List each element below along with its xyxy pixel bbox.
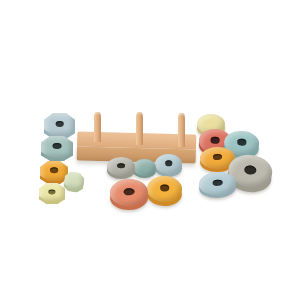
ring-pale-blue-middle-hole bbox=[165, 161, 173, 167]
ring-orange-large-middle-hole bbox=[160, 185, 170, 193]
ring-orange-large-middle bbox=[146, 175, 182, 206]
product-photo bbox=[0, 0, 300, 300]
ring-orange-left-hole bbox=[50, 168, 58, 174]
octagon-pale-green bbox=[63, 171, 86, 194]
ring-pale-yellow-left bbox=[39, 183, 65, 204]
peg-left bbox=[94, 112, 101, 142]
ring-teal-left bbox=[41, 136, 73, 161]
peg-right bbox=[178, 113, 185, 147]
ring-pale-blue-bottom-right bbox=[198, 171, 237, 200]
ring-gray-middle bbox=[107, 157, 135, 179]
ring-teal-blue-right-hole bbox=[237, 139, 247, 146]
ring-coral-large bbox=[109, 178, 148, 210]
ring-pale-blue-middle bbox=[155, 154, 182, 177]
ring-teal-left-hole bbox=[53, 143, 62, 149]
board-top-face bbox=[77, 131, 196, 149]
peg-middle bbox=[136, 112, 143, 145]
ring-pale-blue-top-left-hole bbox=[55, 121, 64, 127]
